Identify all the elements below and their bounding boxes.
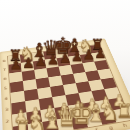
square-h5[interactable] [97, 69, 113, 80]
piece-black-pawn-c7[interactable]: ♟ [34, 55, 47, 69]
rank-label-1: 1 [4, 127, 12, 130]
piece-black-pawn-d7[interactable]: ♟ [46, 53, 59, 67]
board-frame: ♜♞♝♛♚♝♞♜♟♟♟♟♟♟♟♟♟♟♟♟♟♟♟♟♜♞♝♛♚♝♞♜ abcdefg… [0, 38, 130, 130]
square-e4[interactable] [63, 83, 79, 95]
chess-set-photo: ♜♞♝♛♚♝♞♜♟♟♟♟♟♟♟♟♟♟♟♟♟♟♟♟♜♞♝♛♚♝♞♜ abcdefg… [0, 0, 130, 130]
board-field: ♜♞♝♛♚♝♞♜♟♟♟♟♟♟♟♟♟♟♟♟♟♟♟♟♜♞♝♛♚♝♞♜ [8, 44, 130, 130]
square-a7[interactable]: ♟ [9, 63, 22, 73]
piece-black-pawn-e7[interactable]: ♟ [58, 52, 71, 66]
piece-black-pawn-a7[interactable]: ♟ [9, 58, 22, 72]
piece-black-pawn-g7[interactable]: ♟ [82, 49, 94, 63]
piece-black-pawn-h7[interactable]: ♟ [94, 47, 106, 61]
chess-board: ♜♞♝♛♚♝♞♜♟♟♟♟♟♟♟♟♟♟♟♟♟♟♟♟♜♞♝♛♚♝♞♜ abcdefg… [0, 38, 130, 130]
square-b7[interactable]: ♟ [21, 61, 34, 71]
square-c5[interactable] [36, 77, 51, 89]
square-a1[interactable]: ♜ [13, 124, 29, 130]
piece-black-pawn-b7[interactable]: ♟ [22, 57, 35, 71]
square-h4[interactable] [101, 78, 117, 90]
piece-white-rook-a1[interactable]: ♜ [13, 119, 31, 130]
piece-black-pawn-f7[interactable]: ♟ [70, 50, 83, 64]
